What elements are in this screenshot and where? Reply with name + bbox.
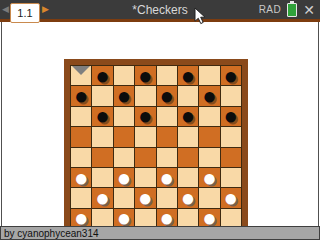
- board-square-c6[interactable]: [114, 107, 134, 126]
- board-square-a6[interactable]: [71, 107, 91, 126]
- board-square-g5[interactable]: [199, 127, 219, 146]
- checkers-board: ●●●●●●●●●●●●●●●●●●●●●●●●: [64, 59, 248, 235]
- close-icon[interactable]: ✕: [303, 3, 315, 17]
- black-piece[interactable]: ●: [135, 66, 155, 85]
- white-piece[interactable]: ●: [114, 168, 134, 187]
- board-square-g3[interactable]: ●: [199, 168, 219, 187]
- black-piece[interactable]: ●: [178, 107, 198, 126]
- cursor-triangle-icon: [72, 66, 90, 75]
- status-cluster: RAD ✕: [259, 0, 315, 19]
- white-piece[interactable]: ●: [92, 188, 112, 207]
- black-piece[interactable]: ●: [92, 107, 112, 126]
- board-square-a7[interactable]: ●: [71, 86, 91, 105]
- board-square-f8[interactable]: ●: [178, 66, 198, 85]
- board-square-a5[interactable]: [71, 127, 91, 146]
- black-piece[interactable]: ●: [221, 66, 241, 85]
- board-square-h4[interactable]: [221, 148, 241, 167]
- next-page-icon[interactable]: ▶: [42, 0, 49, 19]
- black-piece[interactable]: ●: [71, 86, 91, 105]
- status-bar: by cyanophycean314: [0, 226, 320, 240]
- board-square-d8[interactable]: ●: [135, 66, 155, 85]
- board-square-c3[interactable]: ●: [114, 168, 134, 187]
- board-square-b8[interactable]: ●: [92, 66, 112, 85]
- board-square-d6[interactable]: ●: [135, 107, 155, 126]
- black-piece[interactable]: ●: [221, 107, 241, 126]
- white-piece[interactable]: ●: [157, 168, 177, 187]
- board-square-h6[interactable]: ●: [221, 107, 241, 126]
- white-piece[interactable]: ●: [221, 188, 241, 207]
- board-square-c7[interactable]: ●: [114, 86, 134, 105]
- angle-mode-indicator: RAD: [259, 4, 282, 15]
- board-square-d2[interactable]: ●: [135, 188, 155, 207]
- board-square-f2[interactable]: ●: [178, 188, 198, 207]
- white-piece[interactable]: ●: [178, 188, 198, 207]
- battery-icon: [287, 3, 297, 17]
- credit-text: by cyanophycean314: [4, 228, 99, 239]
- black-piece[interactable]: ●: [92, 66, 112, 85]
- black-piece[interactable]: ●: [199, 86, 219, 105]
- board-square-c5[interactable]: [114, 127, 134, 146]
- title-bar: ◀ 1.1 ▶ *Checkers RAD ✕: [0, 0, 320, 22]
- white-piece[interactable]: ●: [199, 168, 219, 187]
- board-square-e5[interactable]: [157, 127, 177, 146]
- board-square-f4[interactable]: [178, 148, 198, 167]
- board-square-h8[interactable]: ●: [221, 66, 241, 85]
- white-piece[interactable]: ●: [71, 168, 91, 187]
- board-grid: ●●●●●●●●●●●●●●●●●●●●●●●●: [71, 66, 241, 228]
- board-square-b6[interactable]: ●: [92, 107, 112, 126]
- black-piece[interactable]: ●: [157, 86, 177, 105]
- board-square-b2[interactable]: ●: [92, 188, 112, 207]
- page-tab[interactable]: 1.1: [10, 3, 40, 23]
- screen: ◀ 1.1 ▶ *Checkers RAD ✕ ●●●●●●●●●●●●●●●●…: [0, 0, 320, 240]
- page-tab-label: 1.1: [17, 7, 32, 19]
- board-square-b4[interactable]: [92, 148, 112, 167]
- board-square-e7[interactable]: ●: [157, 86, 177, 105]
- prev-page-icon[interactable]: ◀: [2, 0, 9, 19]
- board-square-d4[interactable]: [135, 148, 155, 167]
- board-square-h2[interactable]: ●: [221, 188, 241, 207]
- white-piece[interactable]: ●: [135, 188, 155, 207]
- board-square-g6[interactable]: [199, 107, 219, 126]
- board-square-f5[interactable]: [178, 127, 198, 146]
- board-square-g7[interactable]: ●: [199, 86, 219, 105]
- page-area: ●●●●●●●●●●●●●●●●●●●●●●●●: [1, 22, 319, 226]
- black-piece[interactable]: ●: [114, 86, 134, 105]
- board-square-e6[interactable]: [157, 107, 177, 126]
- board-square-h5[interactable]: [221, 127, 241, 146]
- board-square-e3[interactable]: ●: [157, 168, 177, 187]
- board-square-f6[interactable]: ●: [178, 107, 198, 126]
- board-square-b5[interactable]: [92, 127, 112, 146]
- board-square-d5[interactable]: [135, 127, 155, 146]
- board-square-a3[interactable]: ●: [71, 168, 91, 187]
- black-piece[interactable]: ●: [178, 66, 198, 85]
- black-piece[interactable]: ●: [135, 107, 155, 126]
